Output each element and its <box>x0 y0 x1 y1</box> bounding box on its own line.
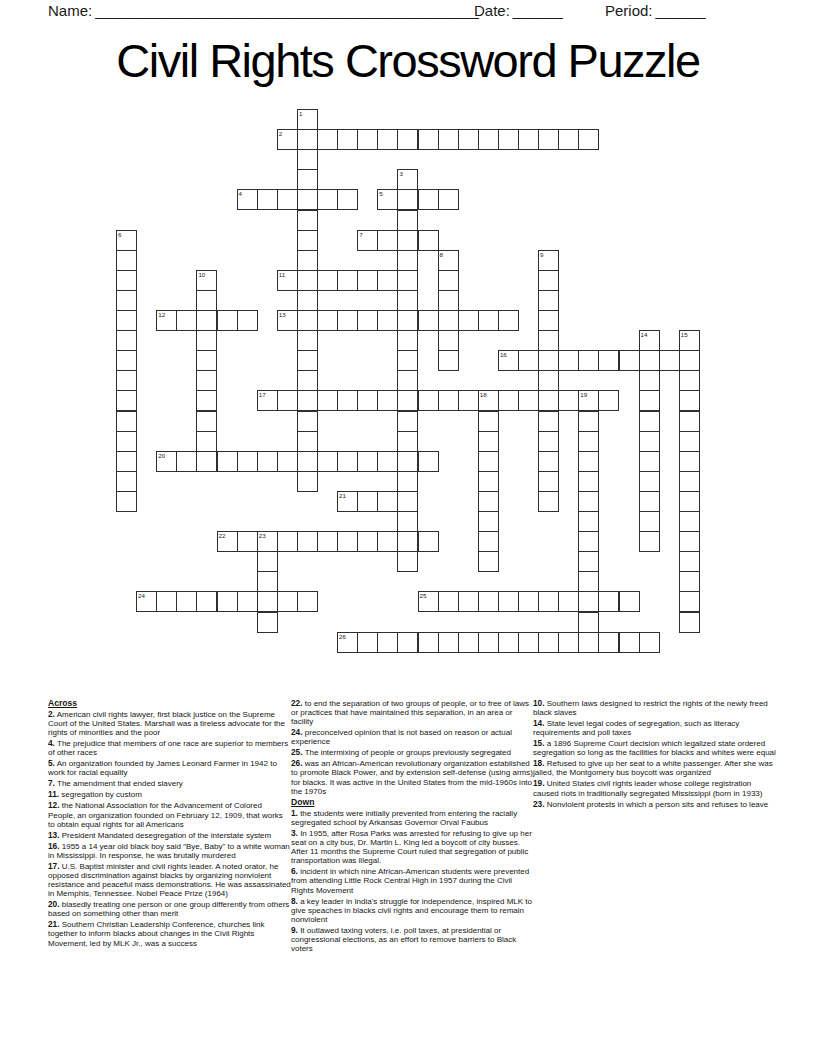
clue-column-3: 10. Southern laws designed to restrict t… <box>533 699 776 811</box>
clue-item-number: 8. <box>291 896 298 906</box>
grid-cell[interactable] <box>518 390 539 411</box>
grid-cell[interactable] <box>679 411 700 432</box>
grid-cell[interactable] <box>116 411 137 432</box>
grid-cell[interactable] <box>337 310 358 331</box>
grid-cell[interactable] <box>337 451 358 472</box>
clue-number: 6 <box>118 231 121 239</box>
grid-cell[interactable]: 17 <box>257 390 278 411</box>
grid-cell[interactable] <box>438 189 459 210</box>
grid-cell[interactable] <box>578 350 599 371</box>
grid-cell[interactable] <box>679 390 700 411</box>
clue-item-number: 14. <box>533 718 545 728</box>
grid-cell[interactable]: 7 <box>357 230 378 251</box>
grid-cell[interactable] <box>116 290 137 311</box>
grid-cell[interactable] <box>639 511 660 532</box>
grid-cell[interactable] <box>639 390 660 411</box>
grid-cell[interactable] <box>578 431 599 452</box>
grid-cell[interactable]: 12 <box>156 310 177 331</box>
grid-cell[interactable] <box>679 612 700 633</box>
period-blank-line: ______ <box>656 2 706 19</box>
grid-cell[interactable] <box>237 310 258 331</box>
grid-cell[interactable] <box>116 270 137 291</box>
grid-cell[interactable] <box>538 290 559 311</box>
grid-cell[interactable] <box>438 290 459 311</box>
grid-cell[interactable] <box>196 411 217 432</box>
grid-cell[interactable] <box>679 491 700 512</box>
grid-cell[interactable] <box>418 531 439 552</box>
grid-cell[interactable]: 21 <box>337 491 358 512</box>
grid-cell[interactable] <box>116 491 137 512</box>
grid-cell[interactable] <box>297 451 318 472</box>
grid-cell[interactable] <box>397 270 418 291</box>
grid-cell[interactable] <box>639 471 660 492</box>
grid-cell[interactable]: 2 <box>277 129 298 150</box>
grid-cell[interactable] <box>498 310 519 331</box>
grid-cell[interactable] <box>397 129 418 150</box>
grid-cell[interactable]: 9 <box>538 250 559 271</box>
grid-cell[interactable] <box>297 350 318 371</box>
grid-cell[interactable] <box>538 431 559 452</box>
clue-item-number: 18. <box>533 758 545 768</box>
clue-number: 25 <box>420 592 427 600</box>
grid-cell[interactable] <box>176 310 197 331</box>
grid-cell[interactable] <box>578 591 599 612</box>
grid-cell[interactable] <box>538 491 559 512</box>
grid-cell[interactable] <box>578 612 599 633</box>
clue-item-number: 11. <box>48 789 59 799</box>
grid-cell[interactable] <box>418 230 439 251</box>
grid-cell[interactable] <box>478 591 499 612</box>
grid-cell[interactable] <box>357 451 378 472</box>
clue-number: 4 <box>239 190 242 198</box>
grid-cell[interactable] <box>116 370 137 391</box>
clue-number: 12 <box>158 311 165 319</box>
grid-cell[interactable] <box>578 511 599 532</box>
grid-cell[interactable] <box>357 310 378 331</box>
grid-cell[interactable] <box>297 411 318 432</box>
grid-cell[interactable] <box>639 632 660 653</box>
grid-cell[interactable] <box>317 531 338 552</box>
grid-cell[interactable] <box>538 451 559 472</box>
grid-cell[interactable] <box>397 551 418 572</box>
grid-cell[interactable] <box>518 591 539 612</box>
grid-cell[interactable] <box>438 390 459 411</box>
grid-cell[interactable] <box>538 310 559 331</box>
grid-cell[interactable] <box>196 330 217 351</box>
clue-item-number: 12. <box>48 800 60 810</box>
grid-cell[interactable] <box>196 370 217 391</box>
grid-cell[interactable] <box>578 632 599 653</box>
grid-cell[interactable] <box>196 390 217 411</box>
clue-item: 19. United States civil rights leader wh… <box>533 779 776 797</box>
grid-cell[interactable] <box>357 491 378 512</box>
grid-cell[interactable] <box>397 471 418 492</box>
grid-cell[interactable] <box>538 330 559 351</box>
grid-cell[interactable] <box>196 310 217 331</box>
grid-cell[interactable] <box>297 591 318 612</box>
grid-cell[interactable]: 19 <box>578 390 599 411</box>
grid-cell[interactable] <box>397 491 418 512</box>
grid-cell[interactable] <box>438 330 459 351</box>
grid-cell[interactable] <box>438 591 459 612</box>
grid-cell[interactable] <box>458 632 479 653</box>
grid-cell[interactable] <box>377 129 398 150</box>
grid-cell[interactable] <box>478 511 499 532</box>
grid-cell[interactable] <box>357 129 378 150</box>
grid-cell[interactable] <box>478 129 499 150</box>
grid-cell[interactable] <box>217 451 238 472</box>
clue-item: 6. incident in which nine African-Americ… <box>291 867 534 894</box>
grid-cell[interactable] <box>397 350 418 371</box>
grid-cell[interactable] <box>518 350 539 371</box>
grid-cell[interactable] <box>538 350 559 371</box>
name-field: Name:___________________________________… <box>48 2 479 19</box>
grid-cell[interactable] <box>438 129 459 150</box>
grid-cell[interactable] <box>217 591 238 612</box>
grid-cell[interactable] <box>679 431 700 452</box>
grid-cell[interactable] <box>639 531 660 552</box>
grid-cell[interactable] <box>578 531 599 552</box>
grid-cell[interactable] <box>397 250 418 271</box>
clue-item-number: 20. <box>48 899 60 909</box>
grid-cell[interactable] <box>498 591 519 612</box>
grid-cell[interactable] <box>578 411 599 432</box>
grid-cell[interactable] <box>297 290 318 311</box>
grid-cell[interactable] <box>317 390 338 411</box>
grid-cell[interactable] <box>317 129 338 150</box>
grid-cell[interactable] <box>397 511 418 532</box>
grid-cell[interactable] <box>418 451 439 472</box>
grid-cell[interactable] <box>257 189 278 210</box>
grid-cell[interactable] <box>297 230 318 251</box>
grid-cell[interactable] <box>679 511 700 532</box>
clue-item-number: 10. <box>533 698 545 708</box>
grid-cell[interactable] <box>217 310 238 331</box>
clue-item: 4. The prejudice that members of one rac… <box>48 739 291 757</box>
clue-item: 5. An organization founded by James Leon… <box>48 759 291 777</box>
grid-cell[interactable] <box>297 330 318 351</box>
clue-number: 15 <box>681 331 688 339</box>
grid-cell[interactable] <box>518 632 539 653</box>
grid-cell[interactable]: 26 <box>337 632 358 653</box>
grid-cell[interactable] <box>578 571 599 592</box>
grid-cell[interactable] <box>538 270 559 291</box>
grid-cell[interactable]: 20 <box>156 451 177 472</box>
grid-cell[interactable] <box>598 390 619 411</box>
grid-cell[interactable]: 23 <box>257 531 278 552</box>
grid-cell[interactable] <box>397 330 418 351</box>
grid-cell[interactable] <box>196 290 217 311</box>
grid-cell[interactable]: 18 <box>478 390 499 411</box>
grid-cell[interactable] <box>558 350 579 371</box>
grid-cell[interactable] <box>478 551 499 572</box>
grid-cell[interactable] <box>538 471 559 492</box>
grid-cell[interactable] <box>116 451 137 472</box>
grid-cell[interactable] <box>639 451 660 472</box>
grid-cell[interactable] <box>478 310 499 331</box>
grid-cell[interactable] <box>297 370 318 391</box>
grid-cell[interactable] <box>317 310 338 331</box>
grid-cell[interactable] <box>277 451 298 472</box>
grid-cell[interactable] <box>659 350 680 371</box>
grid-cell[interactable] <box>478 431 499 452</box>
grid-cell[interactable] <box>397 451 418 472</box>
grid-cell[interactable] <box>196 591 217 612</box>
grid-cell[interactable] <box>438 632 459 653</box>
grid-cell[interactable]: 25 <box>418 591 439 612</box>
grid-cell[interactable]: 8 <box>438 250 459 271</box>
grid-cell[interactable] <box>558 632 579 653</box>
grid-cell[interactable]: 10 <box>196 270 217 291</box>
clue-number: 24 <box>138 592 145 600</box>
grid-cell[interactable] <box>116 431 137 452</box>
grid-cell[interactable] <box>578 551 599 572</box>
clue-item: 9. It outlawed taxing voters, i.e. poll … <box>291 926 534 953</box>
grid-cell[interactable] <box>317 270 338 291</box>
grid-cell[interactable] <box>297 210 318 231</box>
grid-cell[interactable] <box>598 350 619 371</box>
grid-cell[interactable] <box>257 571 278 592</box>
grid-cell[interactable] <box>578 471 599 492</box>
grid-cell[interactable] <box>257 551 278 572</box>
grid-cell[interactable] <box>397 632 418 653</box>
grid-cell[interactable] <box>377 531 398 552</box>
grid-cell[interactable] <box>438 350 459 371</box>
grid-cell[interactable] <box>619 591 640 612</box>
grid-cell[interactable] <box>377 632 398 653</box>
grid-cell[interactable] <box>679 451 700 472</box>
grid-cell[interactable] <box>397 390 418 411</box>
clue-item: 10. Southern laws designed to restrict t… <box>533 699 776 717</box>
grid-cell[interactable] <box>277 591 298 612</box>
grid-cell[interactable] <box>538 591 559 612</box>
grid-cell[interactable] <box>176 591 197 612</box>
grid-cell[interactable]: 6 <box>116 230 137 251</box>
grid-cell[interactable] <box>538 390 559 411</box>
grid-cell[interactable] <box>337 390 358 411</box>
grid-cell[interactable] <box>317 451 338 472</box>
grid-cell[interactable] <box>458 591 479 612</box>
grid-cell[interactable] <box>619 632 640 653</box>
grid-cell[interactable] <box>639 370 660 391</box>
grid-cell[interactable] <box>116 390 137 411</box>
clue-number: 14 <box>641 331 648 339</box>
grid-cell[interactable] <box>297 189 318 210</box>
grid-cell[interactable] <box>377 491 398 512</box>
grid-cell[interactable] <box>578 129 599 150</box>
grid-cell[interactable] <box>377 230 398 251</box>
grid-cell[interactable] <box>397 310 418 331</box>
grid-cell[interactable] <box>116 310 137 331</box>
grid-cell[interactable] <box>116 471 137 492</box>
grid-cell[interactable] <box>558 591 579 612</box>
grid-cell[interactable] <box>337 189 358 210</box>
grid-cell[interactable] <box>196 451 217 472</box>
grid-cell[interactable] <box>679 471 700 492</box>
grid-cell[interactable] <box>418 390 439 411</box>
grid-cell[interactable] <box>498 129 519 150</box>
clue-item: 22. to end the separation of two groups … <box>291 699 534 726</box>
clue-item-number: 5. <box>48 758 55 768</box>
grid-cell[interactable] <box>196 350 217 371</box>
clue-item: 17. U.S. Baptist minister and civil righ… <box>48 862 291 899</box>
grid-cell[interactable] <box>538 411 559 432</box>
grid-cell[interactable] <box>257 451 278 472</box>
grid-cell[interactable] <box>116 330 137 351</box>
grid-cell[interactable] <box>558 390 579 411</box>
grid-cell[interactable] <box>538 370 559 391</box>
grid-cell[interactable] <box>337 270 358 291</box>
grid-cell[interactable] <box>196 431 217 452</box>
grid-cell[interactable] <box>257 591 278 612</box>
grid-cell[interactable] <box>679 571 700 592</box>
clue-item-number: 3. <box>291 828 298 838</box>
grid-cell[interactable] <box>297 250 318 271</box>
grid-cell[interactable]: 5 <box>377 189 398 210</box>
grid-cell[interactable] <box>418 189 439 210</box>
date-blank-line: ______ <box>513 2 563 19</box>
grid-cell[interactable] <box>237 591 258 612</box>
grid-cell[interactable] <box>679 531 700 552</box>
grid-cell[interactable] <box>679 551 700 572</box>
grid-cell[interactable] <box>418 129 439 150</box>
grid-cell[interactable]: 14 <box>639 330 660 351</box>
grid-cell[interactable] <box>538 632 559 653</box>
grid-cell[interactable] <box>397 370 418 391</box>
grid-cell[interactable] <box>317 189 338 210</box>
grid-cell[interactable]: 3 <box>397 169 418 190</box>
clue-item: 13. President Mandated desegregation of … <box>48 831 291 840</box>
grid-cell[interactable] <box>498 632 519 653</box>
name-blank-line: ________________________________________… <box>95 2 479 19</box>
grid-cell[interactable] <box>357 531 378 552</box>
grid-cell[interactable] <box>337 531 358 552</box>
grid-cell[interactable] <box>679 370 700 391</box>
grid-cell[interactable] <box>377 310 398 331</box>
grid-cell[interactable] <box>397 431 418 452</box>
clue-number: 5 <box>379 190 382 198</box>
grid-cell[interactable] <box>297 531 318 552</box>
grid-cell[interactable] <box>357 632 378 653</box>
clue-item-number: 4. <box>48 738 55 748</box>
grid-cell[interactable] <box>418 632 439 653</box>
grid-cell[interactable] <box>237 451 258 472</box>
grid-cell[interactable]: 13 <box>277 310 298 331</box>
grid-cell[interactable]: 11 <box>277 270 298 291</box>
grid-cell[interactable]: 22 <box>217 531 238 552</box>
grid-cell[interactable] <box>377 451 398 472</box>
grid-cell[interactable] <box>418 310 439 331</box>
grid-cell[interactable] <box>297 129 318 150</box>
grid-cell[interactable] <box>297 149 318 170</box>
grid-cell[interactable] <box>377 270 398 291</box>
grid-cell[interactable] <box>578 451 599 472</box>
grid-cell[interactable] <box>397 230 418 251</box>
grid-cell[interactable] <box>639 431 660 452</box>
grid-cell[interactable] <box>297 169 318 190</box>
clue-item-number: 2. <box>48 709 55 719</box>
clue-number: 22 <box>219 532 226 540</box>
grid-cell[interactable] <box>377 390 398 411</box>
clue-section-header: Across <box>48 699 291 708</box>
grid-cell[interactable] <box>518 129 539 150</box>
grid-cell[interactable] <box>397 210 418 231</box>
grid-cell[interactable]: 1 <box>297 109 318 130</box>
grid-cell[interactable] <box>257 612 278 633</box>
grid-cell[interactable] <box>578 491 599 512</box>
clue-item-number: 26. <box>291 758 303 768</box>
grid-cell[interactable] <box>397 189 418 210</box>
clue-item: 16. 1955 a 14 year old black boy said "B… <box>48 842 291 860</box>
grid-cell[interactable] <box>277 390 298 411</box>
grid-cell[interactable] <box>478 632 499 653</box>
grid-cell[interactable] <box>438 270 459 291</box>
grid-cell[interactable] <box>639 411 660 432</box>
grid-cell[interactable] <box>116 350 137 371</box>
grid-cell[interactable] <box>478 411 499 432</box>
grid-cell[interactable] <box>538 129 559 150</box>
grid-cell[interactable] <box>337 129 358 150</box>
grid-cell[interactable] <box>478 531 499 552</box>
grid-cell[interactable] <box>297 310 318 331</box>
grid-cell[interactable] <box>679 350 700 371</box>
grid-cell[interactable] <box>397 411 418 432</box>
grid-cell[interactable] <box>639 491 660 512</box>
grid-cell[interactable] <box>619 350 640 371</box>
grid-cell[interactable] <box>558 129 579 150</box>
grid-cell[interactable] <box>277 189 298 210</box>
grid-cell[interactable]: 15 <box>679 330 700 351</box>
grid-cell[interactable] <box>297 390 318 411</box>
clue-item: 8. a key leader in India's struggle for … <box>291 897 534 924</box>
grid-cell[interactable] <box>297 270 318 291</box>
grid-cell[interactable] <box>458 129 479 150</box>
grid-cell[interactable] <box>277 531 298 552</box>
grid-cell[interactable] <box>639 350 660 371</box>
grid-cell[interactable] <box>357 390 378 411</box>
grid-cell[interactable] <box>478 491 499 512</box>
clue-number: 21 <box>339 492 346 500</box>
clue-number: 17 <box>259 391 266 399</box>
grid-cell[interactable] <box>357 270 378 291</box>
grid-cell[interactable] <box>478 471 499 492</box>
grid-cell[interactable] <box>156 591 177 612</box>
grid-cell[interactable] <box>458 310 479 331</box>
grid-cell[interactable] <box>438 310 459 331</box>
grid-cell[interactable] <box>397 531 418 552</box>
grid-cell[interactable]: 16 <box>498 350 519 371</box>
grid-cell[interactable] <box>598 591 619 612</box>
grid-cell[interactable] <box>176 451 197 472</box>
grid-cell[interactable] <box>679 591 700 612</box>
clue-number: 2 <box>279 130 282 138</box>
clue-item: 18. Refused to give up her seat to a whi… <box>533 759 776 777</box>
grid-cell[interactable] <box>478 451 499 472</box>
clue-number: 3 <box>399 170 402 178</box>
clue-number: 1 <box>299 110 302 118</box>
grid-cell[interactable] <box>397 290 418 311</box>
grid-cell[interactable] <box>598 632 619 653</box>
grid-cell[interactable] <box>116 250 137 271</box>
grid-cell[interactable]: 4 <box>237 189 258 210</box>
clue-number: 16 <box>500 351 507 359</box>
grid-cell[interactable] <box>498 390 519 411</box>
grid-cell[interactable] <box>237 531 258 552</box>
grid-cell[interactable] <box>297 471 318 492</box>
grid-cell[interactable]: 24 <box>136 591 157 612</box>
grid-cell[interactable] <box>458 390 479 411</box>
grid-cell[interactable] <box>297 431 318 452</box>
